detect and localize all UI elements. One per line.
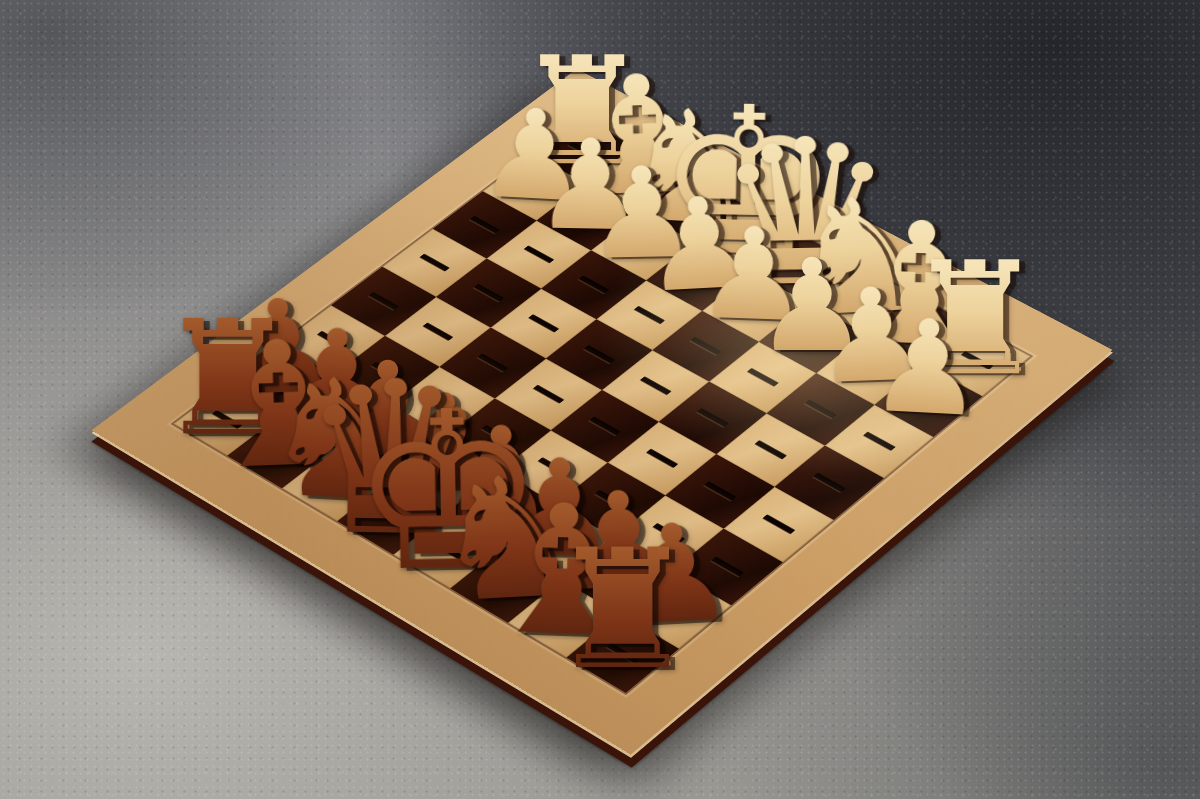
piece-slot xyxy=(584,345,615,363)
piece-slot xyxy=(755,440,787,459)
piece-white-pawn[interactable]: ♟ xyxy=(866,300,989,435)
piece-slot xyxy=(640,376,672,395)
piece-slot xyxy=(697,408,729,427)
piece-slot xyxy=(528,314,559,332)
piece-slot xyxy=(813,473,846,492)
piece-slot xyxy=(473,284,503,302)
piece-slot xyxy=(762,514,795,534)
piece-black-rook[interactable]: ♜ xyxy=(549,527,697,692)
piece-slot xyxy=(419,254,449,272)
scene: ♜♝♟♞♟♚♟♛♟♞♟♝♟♜♟♟♟♟♜♟♝♟♞♟♛♟♚♟♞♟♝♜ xyxy=(0,0,1200,799)
